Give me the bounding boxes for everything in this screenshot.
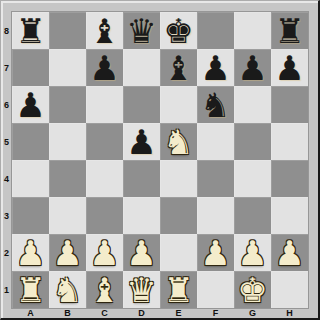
file-label-b: B bbox=[49, 308, 86, 318]
square-h3[interactable] bbox=[271, 197, 308, 234]
square-h4[interactable] bbox=[271, 160, 308, 197]
piece-black-knight[interactable]: ♞ bbox=[197, 86, 234, 123]
piece-black-pawn[interactable]: ♟ bbox=[271, 49, 308, 86]
square-b5[interactable] bbox=[49, 123, 86, 160]
piece-white-knight[interactable]: ♞ bbox=[160, 123, 197, 160]
square-c3[interactable] bbox=[86, 197, 123, 234]
square-h7[interactable]: ♟ bbox=[271, 49, 308, 86]
square-g4[interactable] bbox=[234, 160, 271, 197]
piece-white-rook[interactable]: ♜ bbox=[160, 271, 197, 308]
piece-white-rook[interactable]: ♜ bbox=[12, 271, 49, 308]
square-h2[interactable]: ♟ bbox=[271, 234, 308, 271]
square-c8[interactable]: ♝ bbox=[86, 12, 123, 49]
square-c4[interactable] bbox=[86, 160, 123, 197]
square-g2[interactable]: ♟ bbox=[234, 234, 271, 271]
piece-white-queen[interactable]: ♛ bbox=[123, 271, 160, 308]
square-a4[interactable] bbox=[12, 160, 49, 197]
file-label-a: A bbox=[12, 308, 49, 318]
file-label-g: G bbox=[234, 308, 271, 318]
piece-black-pawn[interactable]: ♟ bbox=[234, 49, 271, 86]
square-a5[interactable] bbox=[12, 123, 49, 160]
piece-white-pawn[interactable]: ♟ bbox=[86, 234, 123, 271]
square-d3[interactable] bbox=[123, 197, 160, 234]
square-b3[interactable] bbox=[49, 197, 86, 234]
square-d6[interactable] bbox=[123, 86, 160, 123]
square-b1[interactable]: ♞ bbox=[49, 271, 86, 308]
piece-black-rook[interactable]: ♜ bbox=[12, 12, 49, 49]
square-a7[interactable] bbox=[12, 49, 49, 86]
square-d8[interactable]: ♛ bbox=[123, 12, 160, 49]
chess-diagram: ♜♝♛♚♜♟♝♟♟♟♟♞♟♞♟♟♟♟♟♟♟♜♞♝♛♜♚ 87654321ABCD… bbox=[0, 0, 320, 320]
square-f2[interactable]: ♟ bbox=[197, 234, 234, 271]
square-e1[interactable]: ♜ bbox=[160, 271, 197, 308]
square-d4[interactable] bbox=[123, 160, 160, 197]
piece-white-knight[interactable]: ♞ bbox=[49, 271, 86, 308]
square-d7[interactable] bbox=[123, 49, 160, 86]
square-f3[interactable] bbox=[197, 197, 234, 234]
piece-white-bishop[interactable]: ♝ bbox=[86, 271, 123, 308]
square-g7[interactable]: ♟ bbox=[234, 49, 271, 86]
square-f6[interactable]: ♞ bbox=[197, 86, 234, 123]
rank-label-4: 4 bbox=[2, 160, 11, 197]
piece-black-pawn[interactable]: ♟ bbox=[123, 123, 160, 160]
square-b8[interactable] bbox=[49, 12, 86, 49]
square-e6[interactable] bbox=[160, 86, 197, 123]
square-c1[interactable]: ♝ bbox=[86, 271, 123, 308]
square-b2[interactable]: ♟ bbox=[49, 234, 86, 271]
square-d5[interactable]: ♟ bbox=[123, 123, 160, 160]
rank-label-7: 7 bbox=[2, 49, 11, 86]
square-g5[interactable] bbox=[234, 123, 271, 160]
piece-black-queen[interactable]: ♛ bbox=[123, 12, 160, 49]
square-e7[interactable]: ♝ bbox=[160, 49, 197, 86]
square-c7[interactable]: ♟ bbox=[86, 49, 123, 86]
rank-label-2: 2 bbox=[2, 234, 11, 271]
file-label-c: C bbox=[86, 308, 123, 318]
piece-black-bishop[interactable]: ♝ bbox=[160, 49, 197, 86]
square-g1[interactable]: ♚ bbox=[234, 271, 271, 308]
square-h6[interactable] bbox=[271, 86, 308, 123]
square-f5[interactable] bbox=[197, 123, 234, 160]
piece-white-pawn[interactable]: ♟ bbox=[12, 234, 49, 271]
square-a8[interactable]: ♜ bbox=[12, 12, 49, 49]
square-b4[interactable] bbox=[49, 160, 86, 197]
square-a6[interactable]: ♟ bbox=[12, 86, 49, 123]
square-g3[interactable] bbox=[234, 197, 271, 234]
file-label-d: D bbox=[123, 308, 160, 318]
square-a2[interactable]: ♟ bbox=[12, 234, 49, 271]
square-e4[interactable] bbox=[160, 160, 197, 197]
square-g8[interactable] bbox=[234, 12, 271, 49]
piece-black-bishop[interactable]: ♝ bbox=[86, 12, 123, 49]
square-e8[interactable]: ♚ bbox=[160, 12, 197, 49]
piece-white-pawn[interactable]: ♟ bbox=[197, 234, 234, 271]
square-h5[interactable] bbox=[271, 123, 308, 160]
file-label-f: F bbox=[197, 308, 234, 318]
square-c6[interactable] bbox=[86, 86, 123, 123]
piece-white-pawn[interactable]: ♟ bbox=[271, 234, 308, 271]
piece-black-king[interactable]: ♚ bbox=[160, 12, 197, 49]
square-a3[interactable] bbox=[12, 197, 49, 234]
square-d1[interactable]: ♛ bbox=[123, 271, 160, 308]
rank-label-1: 1 bbox=[2, 271, 11, 308]
square-d2[interactable]: ♟ bbox=[123, 234, 160, 271]
square-f4[interactable] bbox=[197, 160, 234, 197]
rank-label-5: 5 bbox=[2, 123, 11, 160]
square-h8[interactable]: ♜ bbox=[271, 12, 308, 49]
rank-label-6: 6 bbox=[2, 86, 11, 123]
square-f8[interactable] bbox=[197, 12, 234, 49]
piece-black-rook[interactable]: ♜ bbox=[271, 12, 308, 49]
piece-black-pawn[interactable]: ♟ bbox=[197, 49, 234, 86]
file-label-e: E bbox=[160, 308, 197, 318]
piece-white-pawn[interactable]: ♟ bbox=[123, 234, 160, 271]
square-e2[interactable] bbox=[160, 234, 197, 271]
square-e3[interactable] bbox=[160, 197, 197, 234]
piece-white-pawn[interactable]: ♟ bbox=[234, 234, 271, 271]
piece-white-pawn[interactable]: ♟ bbox=[49, 234, 86, 271]
piece-black-pawn[interactable]: ♟ bbox=[12, 86, 49, 123]
square-f7[interactable]: ♟ bbox=[197, 49, 234, 86]
chess-board: ♜♝♛♚♜♟♝♟♟♟♟♞♟♞♟♟♟♟♟♟♟♜♞♝♛♜♚ bbox=[11, 11, 309, 309]
file-label-h: H bbox=[271, 308, 308, 318]
square-b6[interactable] bbox=[49, 86, 86, 123]
square-h1[interactable] bbox=[271, 271, 308, 308]
square-c2[interactable]: ♟ bbox=[86, 234, 123, 271]
square-c5[interactable] bbox=[86, 123, 123, 160]
square-a1[interactable]: ♜ bbox=[12, 271, 49, 308]
piece-white-king[interactable]: ♚ bbox=[234, 271, 271, 308]
square-g6[interactable] bbox=[234, 86, 271, 123]
rank-label-3: 3 bbox=[2, 197, 11, 234]
piece-black-pawn[interactable]: ♟ bbox=[86, 49, 123, 86]
square-b7[interactable] bbox=[49, 49, 86, 86]
square-f1[interactable] bbox=[197, 271, 234, 308]
rank-label-8: 8 bbox=[2, 12, 11, 49]
square-e5[interactable]: ♞ bbox=[160, 123, 197, 160]
